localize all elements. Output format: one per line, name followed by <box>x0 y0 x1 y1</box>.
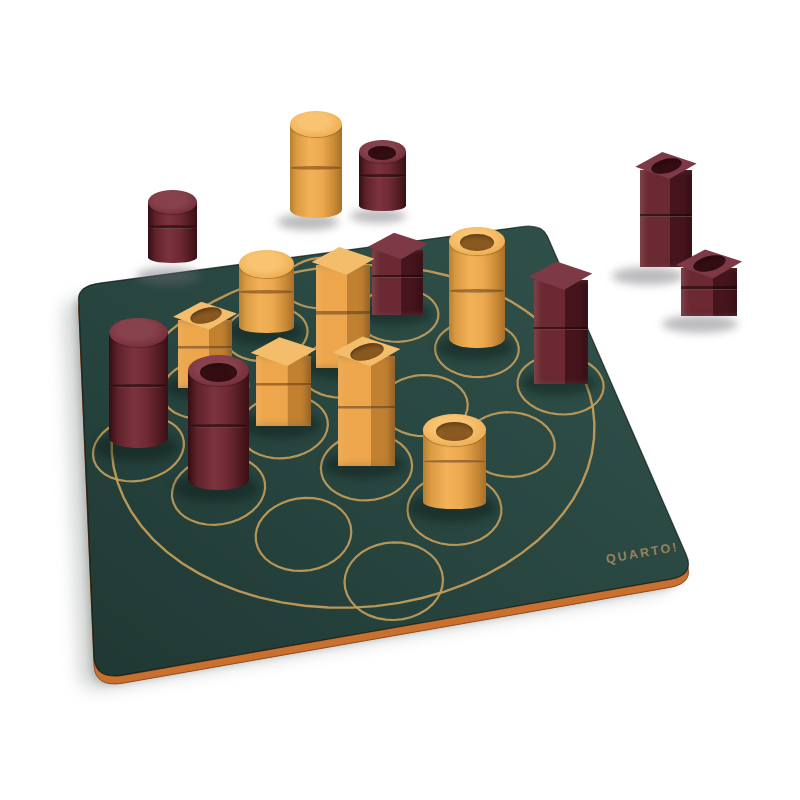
piece-DTRH[interactable] <box>157 334 280 494</box>
piece-LTRS[interactable] <box>264 93 368 222</box>
piece-LSRH[interactable] <box>392 393 517 513</box>
piece-DSRS[interactable] <box>123 173 221 267</box>
piece-DTQS[interactable] <box>507 248 615 389</box>
piece-DSQH[interactable] <box>653 235 765 320</box>
scene: QUARTO! <box>0 0 800 800</box>
